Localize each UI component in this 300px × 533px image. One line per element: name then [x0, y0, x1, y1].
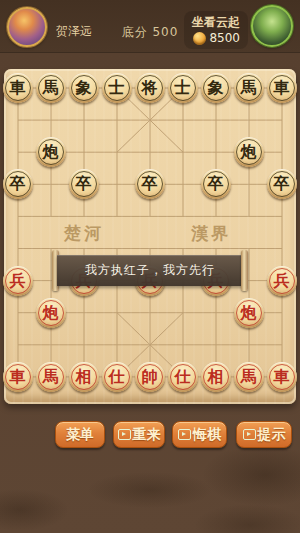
intersection-0-3[interactable]: 士: [100, 72, 133, 104]
intersection-0-1[interactable]: 馬: [34, 72, 67, 104]
intersection-1-2[interactable]: [67, 104, 100, 136]
piece-glyph: 炮: [241, 144, 257, 160]
piece-glyph: 炮: [43, 305, 59, 321]
piece-black-k-0-4[interactable]: 将: [135, 73, 165, 103]
intersection-1-4[interactable]: [133, 104, 166, 136]
piece-glyph: 炮: [241, 305, 257, 321]
intersection-2-3[interactable]: [100, 136, 133, 168]
piece-red-R-9-0[interactable]: 車: [3, 362, 33, 392]
intersection-1-8[interactable]: [265, 104, 298, 136]
coin-icon: [193, 32, 206, 45]
intersection-8-7[interactable]: [232, 329, 265, 361]
xiangqi-app: 贺泽远 底分 500 坐看云起 8500: [0, 0, 300, 533]
piece-black-c-2-7[interactable]: 炮: [234, 137, 264, 167]
piece-black-p-3-2[interactable]: 卒: [69, 169, 99, 199]
intersection-7-8[interactable]: [265, 297, 298, 329]
intersection-4-3[interactable]: [100, 200, 133, 232]
piece-glyph: 馬: [241, 369, 257, 385]
intersection-4-6[interactable]: [199, 200, 232, 232]
piece-black-r-0-0[interactable]: 車: [3, 73, 33, 103]
piece-glyph: 兵: [10, 273, 26, 289]
piece-black-p-3-8[interactable]: 卒: [267, 169, 297, 199]
piece-glyph: 仕: [175, 369, 191, 385]
intersection-9-6[interactable]: 相: [199, 361, 232, 393]
piece-glyph: 相: [208, 369, 224, 385]
xiangqi-board: 楚河 漢界 車馬象士将士象馬車炮炮卒卒卒卒卒兵兵兵兵兵炮炮車馬相仕帥仕相馬車: [4, 69, 296, 404]
intersection-0-0[interactable]: 車: [1, 72, 34, 104]
intersection-2-1[interactable]: 炮: [34, 136, 67, 168]
undo-button-label: 悔棋: [193, 426, 221, 444]
piece-black-n-0-7[interactable]: 馬: [234, 73, 264, 103]
intersection-3-6[interactable]: 卒: [199, 168, 232, 200]
intersection-9-5[interactable]: 仕: [166, 361, 199, 393]
intersection-8-8[interactable]: [265, 329, 298, 361]
piece-glyph: 馬: [43, 80, 59, 96]
menu-button-label: 菜单: [66, 426, 94, 444]
piece-black-r-0-8[interactable]: 車: [267, 73, 297, 103]
hint-button[interactable]: 提示: [236, 421, 292, 448]
piece-glyph: 馬: [241, 80, 257, 96]
menu-button[interactable]: 菜单: [55, 421, 105, 448]
piece-glyph: 将: [142, 80, 158, 96]
intersection-9-7[interactable]: 馬: [232, 361, 265, 393]
intersection-8-4[interactable]: [133, 329, 166, 361]
piece-red-A-9-3[interactable]: 仕: [102, 362, 132, 392]
intersection-3-0[interactable]: 卒: [1, 168, 34, 200]
piece-glyph: 卒: [142, 176, 158, 192]
intersection-2-0[interactable]: [1, 136, 34, 168]
piece-glyph: 車: [10, 80, 26, 96]
piece-red-P-6-8[interactable]: 兵: [267, 266, 297, 296]
restart-button[interactable]: 重来: [113, 421, 165, 448]
banner-text: 我方执红子，我方先行: [85, 262, 215, 279]
piece-black-c-2-1[interactable]: 炮: [36, 137, 66, 167]
intersection-4-7[interactable]: [232, 200, 265, 232]
right-player-avatar[interactable]: [251, 5, 293, 47]
piece-glyph: 仕: [109, 369, 125, 385]
piece-grid: 車馬象士将士象馬車炮炮卒卒卒卒卒兵兵兵兵兵炮炮車馬相仕帥仕相馬車: [1, 72, 298, 393]
intersection-1-1[interactable]: [34, 104, 67, 136]
right-player-name: 坐看云起: [192, 14, 240, 31]
intersection-7-3[interactable]: [100, 297, 133, 329]
piece-black-a-0-3[interactable]: 士: [102, 73, 132, 103]
intersection-3-8[interactable]: 卒: [265, 168, 298, 200]
intersection-2-7[interactable]: 炮: [232, 136, 265, 168]
intersection-1-5[interactable]: [166, 104, 199, 136]
intersection-8-6[interactable]: [199, 329, 232, 361]
intersection-4-4[interactable]: [133, 200, 166, 232]
intersection-3-5[interactable]: [166, 168, 199, 200]
intersection-4-5[interactable]: [166, 200, 199, 232]
intersection-0-4[interactable]: 将: [133, 72, 166, 104]
intersection-4-2[interactable]: [67, 200, 100, 232]
intersection-0-6[interactable]: 象: [199, 72, 232, 104]
intersection-2-2[interactable]: [67, 136, 100, 168]
intersection-6-8[interactable]: 兵: [265, 265, 298, 297]
intersection-2-8[interactable]: [265, 136, 298, 168]
intersection-8-3[interactable]: [100, 329, 133, 361]
intersection-9-1[interactable]: 馬: [34, 361, 67, 393]
piece-red-N-9-7[interactable]: 馬: [234, 362, 264, 392]
piece-glyph: 炮: [43, 144, 59, 160]
intersection-9-4[interactable]: 帥: [133, 361, 166, 393]
undo-move-button[interactable]: 悔棋: [172, 421, 227, 448]
coin-value: 8500: [209, 31, 240, 45]
intersection-7-1[interactable]: 炮: [34, 297, 67, 329]
intersection-3-4[interactable]: 卒: [133, 168, 166, 200]
piece-red-N-9-1[interactable]: 馬: [36, 362, 66, 392]
intersection-4-8[interactable]: [265, 200, 298, 232]
intersection-4-0[interactable]: [1, 200, 34, 232]
piece-glyph: 卒: [208, 176, 224, 192]
piece-black-a-0-5[interactable]: 士: [168, 73, 198, 103]
piece-glyph: 車: [274, 369, 290, 385]
piece-black-b-0-2[interactable]: 象: [69, 73, 99, 103]
intersection-5-0[interactable]: [1, 232, 34, 264]
piece-glyph: 士: [109, 80, 125, 96]
intersection-9-8[interactable]: 車: [265, 361, 298, 393]
piece-black-n-0-1[interactable]: 馬: [36, 73, 66, 103]
piece-red-P-6-0[interactable]: 兵: [3, 266, 33, 296]
intersection-5-8[interactable]: [265, 232, 298, 264]
piece-glyph: 帥: [142, 369, 158, 385]
piece-glyph: 象: [208, 80, 224, 96]
piece-glyph: 士: [175, 80, 191, 96]
intersection-3-2[interactable]: 卒: [67, 168, 100, 200]
banner-band: 我方执红子，我方先行: [57, 255, 243, 286]
intersection-1-6[interactable]: [199, 104, 232, 136]
piece-glyph: 象: [76, 80, 92, 96]
intersection-0-7[interactable]: 馬: [232, 72, 265, 104]
intersection-1-3[interactable]: [100, 104, 133, 136]
piece-black-p-3-4[interactable]: 卒: [135, 169, 165, 199]
hint-button-label: 提示: [258, 426, 286, 444]
piece-glyph: 卒: [76, 176, 92, 192]
piece-red-B-9-6[interactable]: 相: [201, 362, 231, 392]
piece-red-K-9-4[interactable]: 帥: [135, 362, 165, 392]
intersection-1-7[interactable]: [232, 104, 265, 136]
intersection-3-7[interactable]: [232, 168, 265, 200]
restart-button-label: 重来: [133, 426, 161, 444]
intersection-2-6[interactable]: [199, 136, 232, 168]
left-player-name: 贺泽远: [56, 23, 92, 40]
intersection-6-0[interactable]: 兵: [1, 265, 34, 297]
piece-glyph: 卒: [274, 176, 290, 192]
piece-glyph: 馬: [43, 369, 59, 385]
intersection-8-1[interactable]: [34, 329, 67, 361]
intersection-2-4[interactable]: [133, 136, 166, 168]
intersection-9-0[interactable]: 車: [1, 361, 34, 393]
piece-red-C-7-7[interactable]: 炮: [234, 298, 264, 328]
left-player-avatar[interactable]: [7, 7, 47, 47]
top-bar: 贺泽远 底分 500 坐看云起 8500: [0, 0, 300, 52]
intersection-7-2[interactable]: [67, 297, 100, 329]
piece-red-R-9-8[interactable]: 車: [267, 362, 297, 392]
landscape-painting-art: [0, 450, 300, 533]
intersection-0-2[interactable]: 象: [67, 72, 100, 104]
piece-red-A-9-5[interactable]: 仕: [168, 362, 198, 392]
ad-video-icon: [118, 429, 131, 440]
intersection-7-7[interactable]: 炮: [232, 297, 265, 329]
ad-video-icon: [243, 429, 256, 440]
intersection-3-3[interactable]: [100, 168, 133, 200]
intersection-7-0[interactable]: [1, 297, 34, 329]
intersection-3-1[interactable]: [34, 168, 67, 200]
piece-red-B-9-2[interactable]: 相: [69, 362, 99, 392]
piece-black-b-0-6[interactable]: 象: [201, 73, 231, 103]
intersection-8-5[interactable]: [166, 329, 199, 361]
intersection-9-2[interactable]: 相: [67, 361, 100, 393]
intersection-7-4[interactable]: [133, 297, 166, 329]
piece-red-C-7-1[interactable]: 炮: [36, 298, 66, 328]
intersection-8-2[interactable]: [67, 329, 100, 361]
piece-glyph: 兵: [274, 273, 290, 289]
intersection-2-5[interactable]: [166, 136, 199, 168]
intersection-4-1[interactable]: [34, 200, 67, 232]
piece-black-p-3-0[interactable]: 卒: [3, 169, 33, 199]
base-score-label: 底分 500: [105, 24, 195, 41]
intersection-0-5[interactable]: 士: [166, 72, 199, 104]
piece-glyph: 相: [76, 369, 92, 385]
piece-black-p-3-6[interactable]: 卒: [201, 169, 231, 199]
piece-glyph: 卒: [10, 176, 26, 192]
intersection-0-8[interactable]: 車: [265, 72, 298, 104]
intersection-8-0[interactable]: [1, 329, 34, 361]
intersection-1-0[interactable]: [1, 104, 34, 136]
intersection-7-6[interactable]: [199, 297, 232, 329]
coin-counter: 8500: [193, 31, 240, 45]
ad-video-icon: [178, 429, 191, 440]
scroll-roller-right-icon: [241, 250, 248, 291]
piece-glyph: 車: [274, 80, 290, 96]
intersection-9-3[interactable]: 仕: [100, 361, 133, 393]
announcement-banner: 我方执红子，我方先行: [52, 250, 248, 291]
intersection-7-5[interactable]: [166, 297, 199, 329]
piece-glyph: 車: [10, 369, 26, 385]
